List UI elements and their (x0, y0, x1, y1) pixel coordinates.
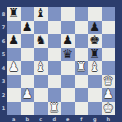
piece-black-bishop[interactable]: ♝ (35, 7, 46, 21)
square-b3[interactable] (21, 75, 35, 89)
square-b5[interactable] (21, 48, 35, 62)
square-h6[interactable] (102, 34, 116, 48)
square-c6[interactable]: ♞ (34, 34, 48, 48)
square-d8[interactable] (48, 7, 62, 21)
square-c4[interactable]: ♝ (34, 61, 48, 75)
square-f1[interactable] (75, 102, 89, 116)
square-a4[interactable]: ♟ (7, 61, 21, 75)
piece-white-bishop[interactable]: ♝ (89, 61, 100, 75)
file-label-c: c (34, 115, 48, 122)
square-b7[interactable]: ♟ (21, 21, 35, 35)
rank-label-4: 4 (0, 61, 7, 75)
board-frame: 87654321 ♜♝♟♟♟♞♟♚♛♜♟♝♜♝♛♟♟♜♚ abcdefgh (0, 0, 122, 122)
rank-label-3: 3 (0, 75, 7, 89)
square-a3[interactable] (7, 75, 21, 89)
piece-white-pawn[interactable]: ♟ (103, 88, 114, 102)
piece-white-pawn[interactable]: ♟ (22, 88, 33, 102)
square-b8[interactable] (21, 7, 35, 21)
square-d5[interactable] (48, 48, 62, 62)
square-f4[interactable]: ♜ (75, 61, 89, 75)
square-f8[interactable] (75, 7, 89, 21)
square-h2[interactable]: ♟ (102, 88, 116, 102)
square-d3[interactable] (48, 75, 62, 89)
square-h3[interactable]: ♛ (102, 75, 116, 89)
file-label-e: e (61, 115, 75, 122)
rank-label-5: 5 (0, 48, 7, 62)
square-e6[interactable]: ♟ (61, 34, 75, 48)
piece-black-pawn[interactable]: ♟ (22, 21, 33, 35)
piece-white-pawn[interactable]: ♟ (8, 61, 19, 75)
square-a1[interactable] (7, 102, 21, 116)
square-f2[interactable] (75, 88, 89, 102)
square-g6[interactable]: ♚ (88, 34, 102, 48)
piece-black-rook[interactable]: ♜ (8, 7, 19, 21)
square-g4[interactable]: ♝ (88, 61, 102, 75)
square-e4[interactable] (61, 61, 75, 75)
file-labels: abcdefgh (7, 115, 115, 122)
square-d7[interactable] (48, 21, 62, 35)
square-h5[interactable] (102, 48, 116, 62)
square-d6[interactable] (48, 34, 62, 48)
square-d4[interactable] (48, 61, 62, 75)
square-a8[interactable]: ♜ (7, 7, 21, 21)
square-b4[interactable] (21, 61, 35, 75)
file-label-d: d (48, 115, 62, 122)
square-h7[interactable] (102, 21, 116, 35)
piece-black-queen[interactable]: ♛ (62, 48, 73, 62)
rank-label-6: 6 (0, 34, 7, 48)
square-g2[interactable] (88, 88, 102, 102)
rank-labels: 87654321 (0, 7, 7, 115)
file-label-a: a (7, 115, 21, 122)
square-g3[interactable] (88, 75, 102, 89)
square-e1[interactable] (61, 102, 75, 116)
piece-black-rook[interactable]: ♜ (89, 48, 100, 62)
square-h8[interactable] (102, 7, 116, 21)
file-label-g: g (88, 115, 102, 122)
square-b1[interactable] (21, 102, 35, 116)
rank-label-8: 8 (0, 7, 7, 21)
square-c3[interactable] (34, 75, 48, 89)
file-label-h: h (102, 115, 116, 122)
file-label-b: b (21, 115, 35, 122)
square-f7[interactable] (75, 21, 89, 35)
square-e2[interactable] (61, 88, 75, 102)
square-h4[interactable] (102, 61, 116, 75)
piece-white-rook[interactable]: ♜ (76, 61, 87, 75)
piece-black-knight[interactable]: ♞ (35, 34, 46, 48)
piece-black-pawn[interactable]: ♟ (62, 34, 73, 48)
square-e8[interactable] (61, 7, 75, 21)
square-g1[interactable] (88, 102, 102, 116)
square-g8[interactable] (88, 7, 102, 21)
square-f6[interactable] (75, 34, 89, 48)
square-h1[interactable]: ♚ (102, 102, 116, 116)
square-d1[interactable]: ♜ (48, 102, 62, 116)
piece-white-queen[interactable]: ♛ (103, 75, 114, 89)
square-e7[interactable] (61, 21, 75, 35)
square-b2[interactable]: ♟ (21, 88, 35, 102)
square-a5[interactable] (7, 48, 21, 62)
square-a6[interactable]: ♟ (7, 34, 21, 48)
square-a2[interactable] (7, 88, 21, 102)
piece-white-king[interactable]: ♚ (103, 102, 114, 116)
square-c7[interactable] (34, 21, 48, 35)
chess-board[interactable]: ♜♝♟♟♟♞♟♚♛♜♟♝♜♝♛♟♟♜♚ (7, 7, 115, 115)
square-a7[interactable] (7, 21, 21, 35)
square-c5[interactable] (34, 48, 48, 62)
rank-label-1: 1 (0, 102, 7, 116)
square-f3[interactable] (75, 75, 89, 89)
piece-black-pawn[interactable]: ♟ (89, 21, 100, 35)
piece-white-bishop[interactable]: ♝ (35, 61, 46, 75)
square-e5[interactable]: ♛ (61, 48, 75, 62)
piece-black-pawn[interactable]: ♟ (8, 34, 19, 48)
square-e3[interactable] (61, 75, 75, 89)
square-g5[interactable]: ♜ (88, 48, 102, 62)
square-d2[interactable] (48, 88, 62, 102)
piece-black-king[interactable]: ♚ (89, 34, 100, 48)
file-label-f: f (75, 115, 89, 122)
square-c1[interactable] (34, 102, 48, 116)
square-f5[interactable] (75, 48, 89, 62)
piece-white-rook[interactable]: ♜ (49, 102, 60, 116)
square-b6[interactable] (21, 34, 35, 48)
rank-label-2: 2 (0, 88, 7, 102)
rank-label-7: 7 (0, 21, 7, 35)
square-g7[interactable]: ♟ (88, 21, 102, 35)
square-c8[interactable]: ♝ (34, 7, 48, 21)
square-c2[interactable] (34, 88, 48, 102)
